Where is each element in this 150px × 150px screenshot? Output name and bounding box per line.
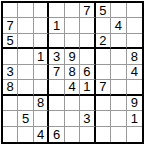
cell-r7c2[interactable] bbox=[18, 96, 33, 111]
given-digit-r5c4[interactable]: 7 bbox=[49, 65, 64, 80]
cell-r6c8[interactable] bbox=[111, 80, 126, 95]
cell-r5c3[interactable] bbox=[34, 65, 49, 80]
cell-r3c9[interactable] bbox=[127, 34, 142, 49]
given-digit-r5c9[interactable]: 4 bbox=[127, 65, 142, 80]
given-digit-r4c4[interactable]: 3 bbox=[49, 49, 64, 64]
cell-r2c7[interactable] bbox=[96, 18, 111, 33]
cell-r7c1[interactable] bbox=[3, 96, 18, 111]
cell-r3c8[interactable] bbox=[111, 34, 126, 49]
cell-r4c7[interactable] bbox=[96, 49, 111, 64]
cell-r4c2[interactable] bbox=[18, 49, 33, 64]
cell-r7c4[interactable] bbox=[49, 96, 64, 111]
cell-r2c6[interactable] bbox=[80, 18, 95, 33]
given-digit-r2c4[interactable]: 1 bbox=[49, 18, 64, 33]
given-digit-r4c3[interactable]: 1 bbox=[34, 49, 49, 64]
cell-r3c6[interactable] bbox=[80, 34, 95, 49]
cell-r8c4[interactable] bbox=[49, 111, 64, 126]
cell-r2c3[interactable] bbox=[34, 18, 49, 33]
given-digit-r2c8[interactable]: 4 bbox=[111, 18, 126, 33]
cell-r2c2[interactable] bbox=[18, 18, 33, 33]
cell-r8c3[interactable] bbox=[34, 111, 49, 126]
given-digit-r8c6[interactable]: 3 bbox=[80, 111, 95, 126]
cell-r9c9[interactable] bbox=[127, 127, 142, 142]
given-digit-r4c9[interactable]: 8 bbox=[127, 49, 142, 64]
cell-r2c9[interactable] bbox=[127, 18, 142, 33]
given-digit-r5c1[interactable]: 3 bbox=[3, 65, 18, 80]
sudoku-board: 757145213983786484178953146 bbox=[1, 1, 144, 144]
cell-r7c6[interactable] bbox=[80, 96, 95, 111]
cell-r3c5[interactable] bbox=[65, 34, 80, 49]
cell-r5c8[interactable] bbox=[111, 65, 126, 80]
cell-r9c7[interactable] bbox=[96, 127, 111, 142]
given-digit-r1c6[interactable]: 7 bbox=[80, 3, 95, 18]
given-digit-r5c6[interactable]: 6 bbox=[80, 65, 95, 80]
cell-r1c5[interactable] bbox=[65, 3, 80, 18]
cell-r4c1[interactable] bbox=[3, 49, 18, 64]
given-digit-r6c6[interactable]: 1 bbox=[80, 80, 95, 95]
cell-r6c4[interactable] bbox=[49, 80, 64, 95]
given-digit-r9c4[interactable]: 6 bbox=[49, 127, 64, 142]
given-digit-r7c9[interactable]: 9 bbox=[127, 96, 142, 111]
given-digit-r1c7[interactable]: 5 bbox=[96, 3, 111, 18]
given-digit-r3c1[interactable]: 5 bbox=[3, 34, 18, 49]
given-digit-r6c5[interactable]: 4 bbox=[65, 80, 80, 95]
cell-r5c7[interactable] bbox=[96, 65, 111, 80]
cell-r6c2[interactable] bbox=[18, 80, 33, 95]
cell-r6c3[interactable] bbox=[34, 80, 49, 95]
cell-r4c6[interactable] bbox=[80, 49, 95, 64]
cell-r6c9[interactable] bbox=[127, 80, 142, 95]
cell-r1c8[interactable] bbox=[111, 3, 126, 18]
cell-r3c4[interactable] bbox=[49, 34, 64, 49]
cell-r7c5[interactable] bbox=[65, 96, 80, 111]
cell-r4c8[interactable] bbox=[111, 49, 126, 64]
given-digit-r9c3[interactable]: 4 bbox=[34, 127, 49, 142]
given-digit-r6c1[interactable]: 8 bbox=[3, 80, 18, 95]
given-digit-r6c7[interactable]: 7 bbox=[96, 80, 111, 95]
given-digit-r7c3[interactable]: 8 bbox=[34, 96, 49, 111]
cell-r1c9[interactable] bbox=[127, 3, 142, 18]
given-digit-r5c5[interactable]: 8 bbox=[65, 65, 80, 80]
cell-r9c8[interactable] bbox=[111, 127, 126, 142]
given-digit-r8c2[interactable]: 5 bbox=[18, 111, 33, 126]
cell-r8c8[interactable] bbox=[111, 111, 126, 126]
cell-r3c2[interactable] bbox=[18, 34, 33, 49]
given-digit-r4c5[interactable]: 9 bbox=[65, 49, 80, 64]
cell-r1c3[interactable] bbox=[34, 3, 49, 18]
cell-r1c4[interactable] bbox=[49, 3, 64, 18]
cell-r2c5[interactable] bbox=[65, 18, 80, 33]
cell-r8c5[interactable] bbox=[65, 111, 80, 126]
cell-r9c2[interactable] bbox=[18, 127, 33, 142]
cell-r8c1[interactable] bbox=[3, 111, 18, 126]
cell-r9c5[interactable] bbox=[65, 127, 80, 142]
cell-r5c2[interactable] bbox=[18, 65, 33, 80]
cell-r7c8[interactable] bbox=[111, 96, 126, 111]
given-digit-r2c1[interactable]: 7 bbox=[3, 18, 18, 33]
cell-r8c7[interactable] bbox=[96, 111, 111, 126]
given-digit-r3c7[interactable]: 2 bbox=[96, 34, 111, 49]
cell-r1c1[interactable] bbox=[3, 3, 18, 18]
cell-r1c2[interactable] bbox=[18, 3, 33, 18]
cell-r9c6[interactable] bbox=[80, 127, 95, 142]
cell-r3c3[interactable] bbox=[34, 34, 49, 49]
cell-r7c7[interactable] bbox=[96, 96, 111, 111]
cell-r9c1[interactable] bbox=[3, 127, 18, 142]
given-digit-r8c9[interactable]: 1 bbox=[127, 111, 142, 126]
